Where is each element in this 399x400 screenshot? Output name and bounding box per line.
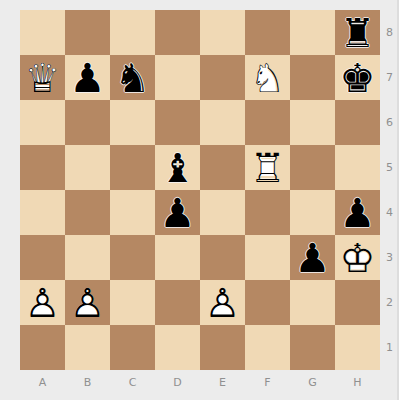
white-knight-outline: ♘ <box>245 55 290 100</box>
black-knight-glyph: ♞ <box>110 55 155 100</box>
square-a6[interactable] <box>20 100 65 145</box>
square-h4[interactable]: ♟ <box>335 190 380 235</box>
square-e8[interactable] <box>200 10 245 55</box>
square-b7[interactable]: ♟ <box>65 55 110 100</box>
square-e4[interactable] <box>200 190 245 235</box>
square-a8[interactable] <box>20 10 65 55</box>
file-label-b: B <box>65 374 110 390</box>
piece-white-pawn[interactable]: ♟♙ <box>20 280 65 325</box>
piece-white-pawn[interactable]: ♟♙ <box>200 280 245 325</box>
piece-white-rook[interactable]: ♜♖ <box>245 145 290 190</box>
file-label-a: A <box>20 374 65 390</box>
square-d8[interactable] <box>155 10 200 55</box>
square-a2[interactable]: ♟♙ <box>20 280 65 325</box>
piece-white-pawn[interactable]: ♟♙ <box>65 280 110 325</box>
square-f6[interactable] <box>245 100 290 145</box>
piece-black-king[interactable]: ♚ <box>335 55 380 100</box>
square-g5[interactable] <box>290 145 335 190</box>
square-d7[interactable] <box>155 55 200 100</box>
square-g2[interactable] <box>290 280 335 325</box>
piece-black-rook[interactable]: ♜ <box>335 10 380 55</box>
piece-black-pawn[interactable]: ♟ <box>335 190 380 235</box>
square-b2[interactable]: ♟♙ <box>65 280 110 325</box>
square-d6[interactable] <box>155 100 200 145</box>
square-b8[interactable] <box>65 10 110 55</box>
file-label-e: E <box>200 374 245 390</box>
square-f2[interactable] <box>245 280 290 325</box>
square-a3[interactable] <box>20 235 65 280</box>
square-c7[interactable]: ♞ <box>110 55 155 100</box>
square-e5[interactable] <box>200 145 245 190</box>
square-a7[interactable]: ♛♕ <box>20 55 65 100</box>
rank-label-8: 8 <box>381 10 398 55</box>
square-b6[interactable] <box>65 100 110 145</box>
square-c8[interactable] <box>110 10 155 55</box>
square-a1[interactable] <box>20 325 65 370</box>
black-pawn-glyph: ♟ <box>290 235 335 280</box>
square-h5[interactable] <box>335 145 380 190</box>
square-g4[interactable] <box>290 190 335 235</box>
square-d1[interactable] <box>155 325 200 370</box>
file-label-h: H <box>335 374 380 390</box>
white-queen-outline: ♕ <box>20 55 65 100</box>
square-f1[interactable] <box>245 325 290 370</box>
file-labels: ABCDEFGH <box>20 374 380 390</box>
piece-white-queen[interactable]: ♛♕ <box>20 55 65 100</box>
rank-labels: 87654321 <box>381 10 398 370</box>
white-pawn-outline: ♙ <box>65 280 110 325</box>
rank-label-3: 3 <box>381 235 398 280</box>
square-b5[interactable] <box>65 145 110 190</box>
square-f3[interactable] <box>245 235 290 280</box>
square-c5[interactable] <box>110 145 155 190</box>
chess-board: ♜♛♕♟♞♞♘♚♝♜♖♟♟♟♚♔♟♙♟♙♟♙ <box>20 10 380 370</box>
square-f5[interactable]: ♜♖ <box>245 145 290 190</box>
white-pawn-outline: ♙ <box>200 280 245 325</box>
square-f7[interactable]: ♞♘ <box>245 55 290 100</box>
square-h2[interactable] <box>335 280 380 325</box>
black-king-glyph: ♚ <box>335 55 380 100</box>
square-c3[interactable] <box>110 235 155 280</box>
square-e1[interactable] <box>200 325 245 370</box>
square-e7[interactable] <box>200 55 245 100</box>
square-h6[interactable] <box>335 100 380 145</box>
square-b3[interactable] <box>65 235 110 280</box>
rank-label-6: 6 <box>381 100 398 145</box>
black-pawn-glyph: ♟ <box>155 190 200 235</box>
square-h8[interactable]: ♜ <box>335 10 380 55</box>
piece-white-king[interactable]: ♚♔ <box>335 235 380 280</box>
square-e6[interactable] <box>200 100 245 145</box>
black-bishop-glyph: ♝ <box>155 145 200 190</box>
white-pawn-outline: ♙ <box>20 280 65 325</box>
square-f4[interactable] <box>245 190 290 235</box>
square-g7[interactable] <box>290 55 335 100</box>
rank-label-1: 1 <box>381 325 398 370</box>
file-label-c: C <box>110 374 155 390</box>
piece-black-pawn[interactable]: ♟ <box>65 55 110 100</box>
square-b1[interactable] <box>65 325 110 370</box>
square-e3[interactable] <box>200 235 245 280</box>
black-pawn-glyph: ♟ <box>335 190 380 235</box>
file-label-d: D <box>155 374 200 390</box>
square-c1[interactable] <box>110 325 155 370</box>
square-b4[interactable] <box>65 190 110 235</box>
rank-label-5: 5 <box>381 145 398 190</box>
piece-black-pawn[interactable]: ♟ <box>290 235 335 280</box>
square-a4[interactable] <box>20 190 65 235</box>
square-d2[interactable] <box>155 280 200 325</box>
white-king-outline: ♔ <box>335 235 380 280</box>
square-h3[interactable]: ♚♔ <box>335 235 380 280</box>
square-a5[interactable] <box>20 145 65 190</box>
black-pawn-glyph: ♟ <box>65 55 110 100</box>
rank-label-4: 4 <box>381 190 398 235</box>
square-e2[interactable]: ♟♙ <box>200 280 245 325</box>
piece-black-knight[interactable]: ♞ <box>110 55 155 100</box>
chess-board-app: ♜♛♕♟♞♞♘♚♝♜♖♟♟♟♚♔♟♙♟♙♟♙ ABCDEFGH 87654321 <box>0 0 399 400</box>
square-g6[interactable] <box>290 100 335 145</box>
square-g3[interactable]: ♟ <box>290 235 335 280</box>
piece-white-knight[interactable]: ♞♘ <box>245 55 290 100</box>
square-c4[interactable] <box>110 190 155 235</box>
square-h7[interactable]: ♚ <box>335 55 380 100</box>
piece-black-bishop[interactable]: ♝ <box>155 145 200 190</box>
square-d3[interactable] <box>155 235 200 280</box>
piece-black-pawn[interactable]: ♟ <box>155 190 200 235</box>
square-g8[interactable] <box>290 10 335 55</box>
square-d5[interactable]: ♝ <box>155 145 200 190</box>
square-f8[interactable] <box>245 10 290 55</box>
square-h1[interactable] <box>335 325 380 370</box>
rank-label-2: 2 <box>381 280 398 325</box>
rank-label-7: 7 <box>381 55 398 100</box>
file-label-f: F <box>245 374 290 390</box>
square-c6[interactable] <box>110 100 155 145</box>
square-c2[interactable] <box>110 280 155 325</box>
square-d4[interactable]: ♟ <box>155 190 200 235</box>
file-label-g: G <box>290 374 335 390</box>
square-g1[interactable] <box>290 325 335 370</box>
white-rook-outline: ♖ <box>245 145 290 190</box>
black-rook-glyph: ♜ <box>335 10 380 55</box>
